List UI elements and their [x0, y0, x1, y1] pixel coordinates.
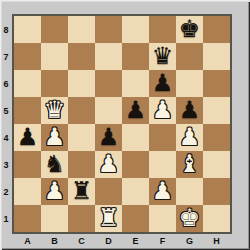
square-e3[interactable] — [122, 151, 149, 178]
square-h2[interactable] — [203, 178, 230, 205]
square-g4[interactable]: ♟ — [176, 124, 203, 151]
square-a6[interactable] — [14, 70, 41, 97]
square-e1[interactable] — [122, 205, 149, 232]
square-b3[interactable]: ♞ — [41, 151, 68, 178]
rank-label-1: 1 — [0, 205, 12, 232]
square-h8[interactable] — [203, 16, 230, 43]
square-e5[interactable]: ♟ — [122, 97, 149, 124]
piece-black-king-g8[interactable]: ♚ — [176, 16, 203, 43]
square-g2[interactable] — [176, 178, 203, 205]
file-label-f: F — [149, 234, 176, 248]
square-d6[interactable] — [95, 70, 122, 97]
rank-label-7: 7 — [0, 43, 12, 70]
chess-app-window: 87654321 ♚♛♟♛♟♟♟♟♟♟♟♞♟♝♟♜♟♜♚ ABCDEFGH — [0, 0, 250, 250]
piece-black-pawn-g5[interactable]: ♟ — [176, 97, 203, 124]
square-c7[interactable] — [68, 43, 95, 70]
square-f5[interactable]: ♟ — [149, 97, 176, 124]
square-d2[interactable] — [95, 178, 122, 205]
piece-black-rook-c2[interactable]: ♜ — [68, 178, 95, 205]
piece-black-pawn-f6[interactable]: ♟ — [149, 70, 176, 97]
square-f3[interactable] — [149, 151, 176, 178]
square-g6[interactable] — [176, 70, 203, 97]
square-h7[interactable] — [203, 43, 230, 70]
square-b4[interactable]: ♟ — [41, 124, 68, 151]
square-f6[interactable]: ♟ — [149, 70, 176, 97]
square-h6[interactable] — [203, 70, 230, 97]
square-a1[interactable] — [14, 205, 41, 232]
square-c5[interactable] — [68, 97, 95, 124]
square-h5[interactable] — [203, 97, 230, 124]
square-h4[interactable] — [203, 124, 230, 151]
square-c6[interactable] — [68, 70, 95, 97]
piece-white-pawn-g4[interactable]: ♟ — [176, 124, 203, 151]
square-g8[interactable]: ♚ — [176, 16, 203, 43]
square-g5[interactable]: ♟ — [176, 97, 203, 124]
square-c1[interactable] — [68, 205, 95, 232]
square-h3[interactable] — [203, 151, 230, 178]
piece-black-pawn-d4[interactable]: ♟ — [95, 124, 122, 151]
square-b8[interactable] — [41, 16, 68, 43]
square-f1[interactable] — [149, 205, 176, 232]
piece-white-rook-d1[interactable]: ♜ — [95, 205, 122, 232]
square-c8[interactable] — [68, 16, 95, 43]
rank-labels: 87654321 — [0, 16, 12, 232]
square-d8[interactable] — [95, 16, 122, 43]
square-h1[interactable] — [203, 205, 230, 232]
square-a3[interactable] — [14, 151, 41, 178]
file-labels: ABCDEFGH — [14, 234, 230, 248]
square-d4[interactable]: ♟ — [95, 124, 122, 151]
file-label-h: H — [203, 234, 230, 248]
square-f7[interactable]: ♛ — [149, 43, 176, 70]
square-a4[interactable]: ♟ — [14, 124, 41, 151]
square-d5[interactable] — [95, 97, 122, 124]
piece-white-bishop-g3[interactable]: ♝ — [176, 151, 203, 178]
square-b2[interactable]: ♟ — [41, 178, 68, 205]
rank-label-5: 5 — [0, 97, 12, 124]
square-g1[interactable]: ♚ — [176, 205, 203, 232]
square-c3[interactable] — [68, 151, 95, 178]
piece-white-pawn-d3[interactable]: ♟ — [95, 151, 122, 178]
square-g3[interactable]: ♝ — [176, 151, 203, 178]
file-label-a: A — [14, 234, 41, 248]
chess-board[interactable]: ♚♛♟♛♟♟♟♟♟♟♟♞♟♝♟♜♟♜♚ — [12, 14, 232, 234]
piece-white-pawn-b2[interactable]: ♟ — [41, 178, 68, 205]
piece-black-knight-b3[interactable]: ♞ — [41, 151, 68, 178]
square-c2[interactable]: ♜ — [68, 178, 95, 205]
square-b6[interactable] — [41, 70, 68, 97]
piece-white-queen-b5[interactable]: ♛ — [41, 97, 68, 124]
piece-black-pawn-e5[interactable]: ♟ — [122, 97, 149, 124]
square-a7[interactable] — [14, 43, 41, 70]
square-c4[interactable] — [68, 124, 95, 151]
square-d3[interactable]: ♟ — [95, 151, 122, 178]
rank-label-6: 6 — [0, 70, 12, 97]
square-a5[interactable] — [14, 97, 41, 124]
file-label-g: G — [176, 234, 203, 248]
square-e4[interactable] — [122, 124, 149, 151]
square-e2[interactable] — [122, 178, 149, 205]
rank-label-4: 4 — [0, 124, 12, 151]
square-a2[interactable] — [14, 178, 41, 205]
square-a8[interactable] — [14, 16, 41, 43]
rank-label-2: 2 — [0, 178, 12, 205]
square-f8[interactable] — [149, 16, 176, 43]
square-d1[interactable]: ♜ — [95, 205, 122, 232]
square-e8[interactable] — [122, 16, 149, 43]
piece-black-queen-f7[interactable]: ♛ — [149, 43, 176, 70]
file-label-b: B — [41, 234, 68, 248]
piece-white-pawn-f2[interactable]: ♟ — [149, 178, 176, 205]
square-f4[interactable] — [149, 124, 176, 151]
square-e7[interactable] — [122, 43, 149, 70]
rank-label-8: 8 — [0, 16, 12, 43]
piece-white-pawn-b4[interactable]: ♟ — [41, 124, 68, 151]
square-b1[interactable] — [41, 205, 68, 232]
file-label-e: E — [122, 234, 149, 248]
square-b5[interactable]: ♛ — [41, 97, 68, 124]
square-g7[interactable] — [176, 43, 203, 70]
rank-label-3: 3 — [0, 151, 12, 178]
file-label-d: D — [95, 234, 122, 248]
square-b7[interactable] — [41, 43, 68, 70]
piece-white-pawn-f5[interactable]: ♟ — [149, 97, 176, 124]
piece-black-pawn-a4[interactable]: ♟ — [14, 124, 41, 151]
square-d7[interactable] — [95, 43, 122, 70]
square-f2[interactable]: ♟ — [149, 178, 176, 205]
file-label-c: C — [68, 234, 95, 248]
square-e6[interactable] — [122, 70, 149, 97]
piece-white-king-g1[interactable]: ♚ — [176, 205, 203, 232]
